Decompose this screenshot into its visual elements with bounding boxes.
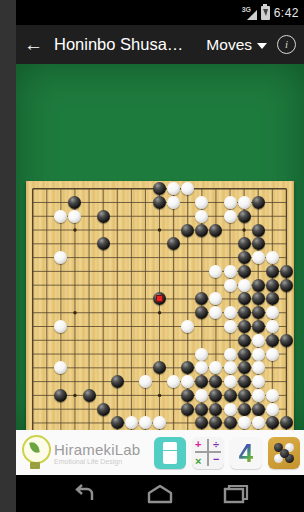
battery-icon xyxy=(261,6,270,20)
white-stone xyxy=(252,361,265,374)
black-stone xyxy=(266,265,279,278)
black-stone xyxy=(97,210,110,223)
signal-3g-icon: 3G xyxy=(242,6,257,20)
black-stone xyxy=(266,334,279,347)
white-stone xyxy=(266,348,279,361)
white-stone xyxy=(252,251,265,264)
page-title: Honinbo Shusa… xyxy=(54,35,183,54)
black-stone xyxy=(238,375,251,388)
white-stone xyxy=(224,279,237,292)
status-bar: 3G 6:42 xyxy=(16,0,304,25)
black-stone xyxy=(209,224,222,237)
white-stone xyxy=(224,375,237,388)
white-stone xyxy=(266,251,279,264)
app-bar: ← Honinbo Shusa… Moves i xyxy=(16,25,304,64)
go-board[interactable] xyxy=(26,181,294,451)
black-stone xyxy=(238,210,251,223)
black-stone xyxy=(224,416,237,429)
black-stone xyxy=(266,279,279,292)
star-point xyxy=(73,228,76,231)
moves-dropdown[interactable]: Moves xyxy=(206,36,267,54)
white-stone xyxy=(224,320,237,333)
ad-banner[interactable]: HiramekiLab Emotional Life Design +÷×− 4 xyxy=(16,430,304,475)
star-point xyxy=(242,228,245,231)
white-stone xyxy=(224,348,237,361)
black-stone xyxy=(238,306,251,319)
black-mini-stone xyxy=(280,449,289,458)
black-stone xyxy=(238,251,251,264)
black-stone xyxy=(181,403,194,416)
recents-icon xyxy=(223,484,249,504)
black-stone xyxy=(111,375,124,388)
white-stone xyxy=(224,306,237,319)
black-stone xyxy=(252,320,265,333)
chevron-down-icon xyxy=(257,43,267,49)
home-icon xyxy=(147,484,173,504)
black-stone xyxy=(252,403,265,416)
moves-label: Moves xyxy=(206,36,252,54)
white-stone xyxy=(139,375,152,388)
star-point xyxy=(158,394,161,397)
black-stone xyxy=(238,265,251,278)
back-arrow-icon[interactable]: ← xyxy=(24,34,54,56)
white-stone xyxy=(238,196,251,209)
nav-back-button[interactable] xyxy=(64,482,104,506)
black-stone xyxy=(224,389,237,402)
black-stone xyxy=(252,237,265,250)
white-stone xyxy=(167,196,180,209)
white-stone xyxy=(266,306,279,319)
navigation-bar xyxy=(16,475,304,512)
four-app-icon[interactable]: 4 xyxy=(230,437,262,469)
white-stone xyxy=(266,389,279,402)
white-stone xyxy=(266,403,279,416)
ad-subtitle: Emotional Life Design xyxy=(54,458,140,465)
black-stone xyxy=(252,279,265,292)
white-stone xyxy=(224,403,237,416)
black-stone xyxy=(153,196,166,209)
last-move-marker xyxy=(157,296,162,301)
black-stone xyxy=(195,224,208,237)
white-stone xyxy=(252,375,265,388)
white-stone xyxy=(195,348,208,361)
black-stone xyxy=(280,334,293,347)
back-icon xyxy=(72,484,96,504)
black-stone xyxy=(238,348,251,361)
black-stone xyxy=(252,224,265,237)
black-stone xyxy=(280,265,293,278)
white-stone xyxy=(224,265,237,278)
black-stone xyxy=(238,389,251,402)
black-stone xyxy=(97,403,110,416)
black-stone xyxy=(252,196,265,209)
star-point xyxy=(73,394,76,397)
math-app-icon[interactable]: +÷×− xyxy=(192,437,224,469)
black-stone xyxy=(280,279,293,292)
black-stone xyxy=(97,237,110,250)
white-stone xyxy=(224,361,237,374)
star-point xyxy=(73,311,76,314)
white-stone xyxy=(224,210,237,223)
black-stone xyxy=(238,334,251,347)
ad-title: HiramekiLab xyxy=(54,441,140,458)
clock: 6:42 xyxy=(274,6,299,20)
go-app-icon[interactable] xyxy=(268,437,300,469)
white-stone xyxy=(252,334,265,347)
info-button[interactable]: i xyxy=(277,35,296,54)
lightbulb-logo xyxy=(20,434,50,472)
black-stone xyxy=(238,292,251,305)
black-stone xyxy=(195,403,208,416)
black-stone xyxy=(181,224,194,237)
black-stone xyxy=(238,237,251,250)
white-stone xyxy=(252,389,265,402)
white-stone xyxy=(224,196,237,209)
white-stone xyxy=(195,210,208,223)
nav-home-button[interactable] xyxy=(140,482,180,506)
nav-recents-button[interactable] xyxy=(216,482,256,506)
table-felt xyxy=(16,64,304,430)
black-stone xyxy=(83,389,96,402)
fridge-app-icon[interactable] xyxy=(154,437,186,469)
star-point xyxy=(158,228,161,231)
black-stone xyxy=(238,320,251,333)
white-stone xyxy=(252,348,265,361)
black-stone xyxy=(238,403,251,416)
black-stone xyxy=(238,361,251,374)
star-point xyxy=(158,311,161,314)
white-stone xyxy=(238,279,251,292)
black-stone xyxy=(252,306,265,319)
phone-screen: 3G 6:42 ← Honinbo Shusa… Moves i Hiramek… xyxy=(16,0,304,512)
white-stone xyxy=(266,320,279,333)
